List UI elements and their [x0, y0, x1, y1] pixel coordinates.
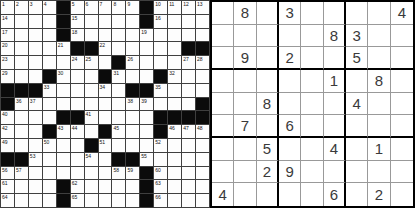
- crossword-cell[interactable]: [196, 139, 210, 153]
- crossword-black-cell: [15, 84, 29, 98]
- sudoku-empty-cell[interactable]: [391, 183, 413, 206]
- crossword-cell[interactable]: [182, 15, 196, 29]
- sudoku-empty-cell[interactable]: [279, 183, 301, 206]
- crossword-cell[interactable]: [29, 194, 43, 208]
- crossword-cell[interactable]: 30: [57, 70, 71, 84]
- crossword-cell[interactable]: [99, 15, 113, 29]
- crossword-cell[interactable]: [57, 167, 71, 181]
- crossword-clue-number: 27: [183, 56, 189, 62]
- crossword-cell[interactable]: [43, 153, 57, 167]
- sudoku-empty-cell[interactable]: [368, 2, 390, 25]
- crossword-cell[interactable]: 59: [126, 167, 140, 181]
- sudoku-empty-cell[interactable]: [212, 138, 234, 161]
- crossword-cell[interactable]: [112, 180, 126, 194]
- sudoku-digit: 6: [330, 187, 338, 202]
- sudoku-empty-cell[interactable]: [257, 47, 279, 70]
- crossword-cell[interactable]: [43, 42, 57, 56]
- crossword-cell[interactable]: [99, 111, 113, 125]
- crossword-cell[interactable]: [126, 29, 140, 43]
- sudoku-empty-cell[interactable]: [346, 183, 368, 206]
- crossword-cell[interactable]: 57: [15, 167, 29, 181]
- crossword-black-cell: [71, 42, 85, 56]
- crossword-cell[interactable]: 56: [1, 167, 15, 181]
- crossword-cell[interactable]: [154, 29, 168, 43]
- sudoku-empty-cell[interactable]: [212, 70, 234, 93]
- crossword-cell[interactable]: [196, 15, 210, 29]
- crossword-clue-number: 31: [113, 70, 119, 76]
- crossword-clue-number: 66: [155, 194, 161, 200]
- sudoku-digit: 6: [285, 118, 293, 133]
- crossword-cell[interactable]: [15, 180, 29, 194]
- crossword-grid[interactable]: 1234567891011121314151617181920212223242…: [0, 0, 210, 208]
- sudoku-digit: 4: [398, 5, 406, 20]
- crossword-cell[interactable]: [126, 42, 140, 56]
- crossword-cell[interactable]: 49: [1, 139, 15, 153]
- crossword-cell[interactable]: [85, 84, 99, 98]
- crossword-cell[interactable]: [112, 194, 126, 208]
- sudoku-empty-cell[interactable]: [234, 70, 256, 93]
- crossword-cell[interactable]: 19: [140, 29, 154, 43]
- crossword-cell[interactable]: [43, 167, 57, 181]
- crossword-cell[interactable]: [29, 180, 43, 194]
- crossword-cell[interactable]: 31: [112, 70, 126, 84]
- sudoku-empty-cell[interactable]: [346, 115, 368, 138]
- crossword-cell[interactable]: 40: [1, 111, 15, 125]
- crossword-cell[interactable]: [71, 167, 85, 181]
- crossword-clue-number: 49: [2, 139, 8, 145]
- crossword-cell[interactable]: [140, 125, 154, 139]
- crossword-black-cell: [1, 98, 15, 112]
- sudoku-given-cell: 6: [324, 183, 346, 206]
- crossword-cell[interactable]: [112, 29, 126, 43]
- crossword-cell[interactable]: 10: [154, 1, 168, 15]
- crossword-cell[interactable]: [71, 98, 85, 112]
- crossword-cell[interactable]: [168, 84, 182, 98]
- crossword-cell[interactable]: [85, 180, 99, 194]
- sudoku-empty-cell[interactable]: [234, 161, 256, 184]
- crossword-black-cell: [182, 111, 196, 125]
- crossword-cell[interactable]: [99, 167, 113, 181]
- crossword-cell[interactable]: 14: [1, 15, 15, 29]
- crossword-cell[interactable]: [140, 139, 154, 153]
- crossword-cell[interactable]: 6: [85, 1, 99, 15]
- crossword-cell[interactable]: [182, 194, 196, 208]
- crossword-cell[interactable]: 45: [112, 125, 126, 139]
- crossword-black-cell: [99, 125, 113, 139]
- crossword-cell[interactable]: [99, 29, 113, 43]
- sudoku-empty-cell[interactable]: [301, 115, 323, 138]
- crossword-cell[interactable]: [126, 111, 140, 125]
- sudoku-empty-cell[interactable]: [368, 93, 390, 116]
- crossword-cell[interactable]: 21: [57, 42, 71, 56]
- crossword-black-cell: [126, 84, 140, 98]
- sudoku-empty-cell[interactable]: [212, 93, 234, 116]
- crossword-cell[interactable]: [168, 15, 182, 29]
- crossword-black-cell: [168, 111, 182, 125]
- crossword-cell[interactable]: [57, 56, 71, 70]
- crossword-clue-number: 52: [155, 139, 161, 145]
- crossword-cell[interactable]: [99, 153, 113, 167]
- crossword-cell[interactable]: 39: [140, 98, 154, 112]
- crossword-cell[interactable]: 18: [71, 29, 85, 43]
- sudoku-empty-cell[interactable]: [346, 70, 368, 93]
- sudoku-digit: 9: [241, 50, 249, 65]
- crossword-cell[interactable]: [29, 42, 43, 56]
- sudoku-empty-cell[interactable]: [391, 93, 413, 116]
- crossword-cell[interactable]: 64: [1, 194, 15, 208]
- crossword-cell[interactable]: 55: [140, 153, 154, 167]
- sudoku-empty-cell[interactable]: [391, 138, 413, 161]
- sudoku-empty-cell[interactable]: [279, 138, 301, 161]
- crossword-cell[interactable]: [140, 70, 154, 84]
- crossword-cell[interactable]: [15, 70, 29, 84]
- crossword-cell[interactable]: [196, 167, 210, 181]
- crossword-cell[interactable]: 13: [196, 1, 210, 15]
- crossword-cell[interactable]: 48: [196, 125, 210, 139]
- crossword-cell[interactable]: [168, 29, 182, 43]
- sudoku-empty-cell[interactable]: [391, 161, 413, 184]
- crossword-cell[interactable]: 28: [196, 56, 210, 70]
- crossword-cell[interactable]: 43: [57, 125, 71, 139]
- sudoku-digit: 1: [330, 73, 338, 88]
- crossword-cell[interactable]: [57, 153, 71, 167]
- crossword-cell[interactable]: [15, 29, 29, 43]
- crossword-cell[interactable]: [168, 56, 182, 70]
- crossword-cell[interactable]: [168, 42, 182, 56]
- crossword-cell[interactable]: [168, 167, 182, 181]
- crossword-cell[interactable]: [29, 139, 43, 153]
- sudoku-empty-cell[interactable]: [301, 138, 323, 161]
- sudoku-empty-cell[interactable]: [301, 93, 323, 116]
- crossword-cell[interactable]: [112, 139, 126, 153]
- crossword-cell[interactable]: 9: [126, 1, 140, 15]
- crossword-cell[interactable]: [29, 15, 43, 29]
- sudoku-empty-cell[interactable]: [301, 47, 323, 70]
- crossword-cell[interactable]: [196, 84, 210, 98]
- crossword-cell[interactable]: [71, 70, 85, 84]
- crossword-cell[interactable]: 20: [1, 42, 15, 56]
- crossword-cell[interactable]: [85, 194, 99, 208]
- sudoku-digit: 5: [263, 141, 271, 156]
- crossword-clue-number: 7: [100, 1, 103, 7]
- crossword-cell[interactable]: [140, 42, 154, 56]
- sudoku-empty-cell[interactable]: [257, 183, 279, 206]
- crossword-black-cell: [57, 194, 71, 208]
- crossword-cell[interactable]: [85, 70, 99, 84]
- sudoku-empty-cell[interactable]: [391, 115, 413, 138]
- crossword-cell[interactable]: 53: [29, 153, 43, 167]
- crossword-cell[interactable]: 8: [112, 1, 126, 15]
- crossword-cell[interactable]: [182, 139, 196, 153]
- sudoku-empty-cell[interactable]: [279, 70, 301, 93]
- sudoku-empty-cell[interactable]: [212, 47, 234, 70]
- sudoku-empty-cell[interactable]: [257, 70, 279, 93]
- crossword-cell[interactable]: 42: [1, 125, 15, 139]
- crossword-cell[interactable]: [196, 194, 210, 208]
- crossword-cell[interactable]: [57, 98, 71, 112]
- crossword-cell[interactable]: 61: [1, 180, 15, 194]
- crossword-cell[interactable]: [154, 153, 168, 167]
- crossword-cell[interactable]: 23: [1, 56, 15, 70]
- crossword-cell[interactable]: [112, 98, 126, 112]
- crossword-cell[interactable]: [85, 125, 99, 139]
- crossword-cell[interactable]: 36: [15, 98, 29, 112]
- crossword-cell[interactable]: 62: [71, 180, 85, 194]
- sudoku-given-cell: 4: [212, 183, 234, 206]
- sudoku-empty-cell[interactable]: [257, 25, 279, 48]
- sudoku-empty-cell[interactable]: [368, 25, 390, 48]
- crossword-cell[interactable]: [182, 167, 196, 181]
- sudoku-empty-cell[interactable]: [324, 2, 346, 25]
- crossword-cell[interactable]: 66: [154, 194, 168, 208]
- sudoku-empty-cell[interactable]: [391, 70, 413, 93]
- sudoku-empty-cell[interactable]: [368, 47, 390, 70]
- crossword-cell[interactable]: [99, 180, 113, 194]
- crossword-black-cell: [154, 111, 168, 125]
- sudoku-empty-cell[interactable]: [301, 70, 323, 93]
- sudoku-empty-cell[interactable]: [212, 25, 234, 48]
- sudoku-empty-cell[interactable]: [324, 115, 346, 138]
- crossword-cell[interactable]: 50: [43, 139, 57, 153]
- crossword-cell[interactable]: [43, 194, 57, 208]
- crossword-cell[interactable]: 47: [182, 125, 196, 139]
- crossword-cell[interactable]: [43, 29, 57, 43]
- sudoku-empty-cell[interactable]: [368, 115, 390, 138]
- crossword-cell[interactable]: [196, 153, 210, 167]
- sudoku-empty-cell[interactable]: [346, 138, 368, 161]
- crossword-cell[interactable]: 32: [168, 70, 182, 84]
- crossword-cell[interactable]: [168, 194, 182, 208]
- sudoku-digit: 1: [375, 141, 383, 156]
- crossword-cell[interactable]: 3: [29, 1, 43, 15]
- crossword-cell[interactable]: [182, 153, 196, 167]
- crossword-black-cell: [140, 15, 154, 29]
- crossword-cell[interactable]: 41: [85, 111, 99, 125]
- crossword-black-cell: [1, 84, 15, 98]
- sudoku-empty-cell[interactable]: [301, 183, 323, 206]
- crossword-cell[interactable]: [99, 98, 113, 112]
- sudoku-given-cell: 4: [391, 2, 413, 25]
- crossword-cell[interactable]: 2: [15, 1, 29, 15]
- crossword-cell[interactable]: 34: [99, 84, 113, 98]
- crossword-cell[interactable]: 17: [1, 29, 15, 43]
- crossword-cell[interactable]: [29, 70, 43, 84]
- crossword-cell[interactable]: [99, 56, 113, 70]
- crossword-cell[interactable]: [126, 15, 140, 29]
- crossword-cell[interactable]: 37: [29, 98, 43, 112]
- crossword-clue-number: 3: [30, 1, 33, 7]
- crossword-cell[interactable]: [85, 15, 99, 29]
- crossword-cell[interactable]: [154, 98, 168, 112]
- sudoku-given-cell: 8: [257, 93, 279, 116]
- puzzle-sheet: 1234567891011121314151617181920212223242…: [0, 0, 415, 208]
- crossword-cell[interactable]: 54: [85, 153, 99, 167]
- crossword-cell[interactable]: [112, 42, 126, 56]
- crossword-cell[interactable]: [126, 70, 140, 84]
- crossword-cell[interactable]: 5: [71, 1, 85, 15]
- crossword-cell[interactable]: 33: [43, 84, 57, 98]
- sudoku-digit: 4: [330, 141, 338, 156]
- crossword-black-cell: [182, 42, 196, 56]
- crossword-cell[interactable]: 38: [126, 98, 140, 112]
- crossword-clue-number: 9: [127, 1, 130, 7]
- crossword-cell[interactable]: [182, 70, 196, 84]
- crossword-cell[interactable]: [140, 111, 154, 125]
- crossword-clue-number: 25: [86, 56, 92, 62]
- crossword-cell[interactable]: 24: [71, 56, 85, 70]
- crossword-clue-number: 65: [72, 194, 78, 200]
- sudoku-digit: 8: [330, 28, 338, 43]
- sudoku-grid[interactable]: 8348392518847654129462: [210, 0, 415, 208]
- crossword-cell[interactable]: 44: [71, 125, 85, 139]
- crossword-cell[interactable]: [85, 29, 99, 43]
- crossword-cell[interactable]: 60: [154, 167, 168, 181]
- crossword-cell[interactable]: [71, 84, 85, 98]
- crossword-cell[interactable]: [43, 15, 57, 29]
- crossword-cell[interactable]: 25: [85, 56, 99, 70]
- crossword-cell[interactable]: [182, 98, 196, 112]
- crossword-cell[interactable]: 65: [71, 194, 85, 208]
- crossword-cell[interactable]: [15, 111, 29, 125]
- sudoku-empty-cell[interactable]: [324, 47, 346, 70]
- crossword-clue-number: 58: [113, 167, 119, 173]
- crossword-cell[interactable]: [112, 15, 126, 29]
- crossword-clue-number: 23: [2, 56, 8, 62]
- crossword-cell[interactable]: [15, 194, 29, 208]
- crossword-cell[interactable]: [182, 84, 196, 98]
- crossword-cell[interactable]: 16: [154, 15, 168, 29]
- crossword-cell[interactable]: [168, 180, 182, 194]
- crossword-cell[interactable]: [85, 167, 99, 181]
- sudoku-empty-cell[interactable]: [346, 161, 368, 184]
- sudoku-empty-cell[interactable]: [234, 183, 256, 206]
- crossword-cell[interactable]: [57, 139, 71, 153]
- crossword-cell[interactable]: [140, 56, 154, 70]
- sudoku-empty-cell[interactable]: [368, 161, 390, 184]
- crossword-cell[interactable]: 46: [168, 125, 182, 139]
- crossword-cell[interactable]: [182, 180, 196, 194]
- crossword-cell[interactable]: 29: [1, 70, 15, 84]
- crossword-cell[interactable]: [71, 153, 85, 167]
- crossword-cell[interactable]: [71, 139, 85, 153]
- crossword-cell[interactable]: 4: [43, 1, 57, 15]
- sudoku-empty-cell[interactable]: [212, 2, 234, 25]
- sudoku-empty-cell[interactable]: [324, 161, 346, 184]
- crossword-clue-number: 14: [2, 15, 8, 21]
- crossword-cell[interactable]: [196, 29, 210, 43]
- crossword-cell[interactable]: 12: [182, 1, 196, 15]
- crossword-cell[interactable]: [196, 180, 210, 194]
- crossword-cell[interactable]: [29, 56, 43, 70]
- crossword-cell[interactable]: 63: [154, 180, 168, 194]
- crossword-clue-number: 33: [44, 84, 50, 90]
- sudoku-empty-cell[interactable]: [234, 25, 256, 48]
- crossword-cell[interactable]: [57, 84, 71, 98]
- sudoku-empty-cell[interactable]: [212, 161, 234, 184]
- crossword-cell[interactable]: [126, 180, 140, 194]
- crossword-cell[interactable]: [43, 98, 57, 112]
- crossword-cell[interactable]: [112, 111, 126, 125]
- crossword-cell[interactable]: [168, 153, 182, 167]
- crossword-cell[interactable]: [29, 125, 43, 139]
- crossword-black-cell: [140, 180, 154, 194]
- sudoku-empty-cell[interactable]: [257, 115, 279, 138]
- crossword-cell[interactable]: 15: [71, 15, 85, 29]
- crossword-cell[interactable]: [85, 98, 99, 112]
- crossword-cell[interactable]: [29, 29, 43, 43]
- crossword-cell[interactable]: [29, 111, 43, 125]
- sudoku-empty-cell[interactable]: [234, 93, 256, 116]
- crossword-cell[interactable]: [168, 139, 182, 153]
- sudoku-digit: 3: [352, 28, 360, 43]
- crossword-cell[interactable]: [126, 139, 140, 153]
- crossword-cell[interactable]: 52: [154, 139, 168, 153]
- sudoku-empty-cell[interactable]: [391, 47, 413, 70]
- crossword-cell[interactable]: [29, 167, 43, 181]
- sudoku-empty-cell[interactable]: [279, 93, 301, 116]
- crossword-cell[interactable]: [15, 15, 29, 29]
- crossword-cell[interactable]: [168, 98, 182, 112]
- crossword-clue-number: 38: [127, 98, 133, 104]
- crossword-cell[interactable]: [112, 84, 126, 98]
- crossword-cell[interactable]: [15, 56, 29, 70]
- sudoku-empty-cell[interactable]: [346, 2, 368, 25]
- sudoku-empty-cell[interactable]: [301, 25, 323, 48]
- crossword-cell[interactable]: [43, 56, 57, 70]
- crossword-cell[interactable]: [196, 70, 210, 84]
- crossword-cell[interactable]: [182, 29, 196, 43]
- crossword-cell[interactable]: 11: [168, 1, 182, 15]
- crossword-clue-number: 44: [72, 125, 78, 131]
- sudoku-given-cell: 9: [234, 47, 256, 70]
- crossword-black-cell: [196, 42, 210, 56]
- crossword-clue-number: 2: [16, 1, 19, 7]
- crossword-cell[interactable]: [15, 139, 29, 153]
- sudoku-empty-cell[interactable]: [257, 2, 279, 25]
- crossword-cell[interactable]: [126, 194, 140, 208]
- crossword-cell[interactable]: 7: [99, 1, 113, 15]
- crossword-cell[interactable]: [43, 180, 57, 194]
- sudoku-empty-cell[interactable]: [279, 25, 301, 48]
- sudoku-given-cell: 4: [346, 93, 368, 116]
- sudoku-digit: 7: [241, 118, 249, 133]
- crossword-cell[interactable]: 35: [154, 84, 168, 98]
- crossword-cell[interactable]: [15, 42, 29, 56]
- sudoku-empty-cell[interactable]: [391, 25, 413, 48]
- crossword-cell[interactable]: 51: [99, 139, 113, 153]
- crossword-cell[interactable]: 1: [1, 1, 15, 15]
- crossword-cell[interactable]: [154, 56, 168, 70]
- sudoku-empty-cell[interactable]: [301, 2, 323, 25]
- sudoku-given-cell: 2: [257, 161, 279, 184]
- crossword-cell[interactable]: 58: [112, 167, 126, 181]
- crossword-cell[interactable]: [126, 125, 140, 139]
- sudoku-empty-cell[interactable]: [234, 138, 256, 161]
- crossword-cell[interactable]: [99, 194, 113, 208]
- sudoku-digit: 8: [241, 5, 249, 20]
- crossword-cell[interactable]: [154, 42, 168, 56]
- sudoku-empty-cell[interactable]: [212, 115, 234, 138]
- crossword-cell[interactable]: 22: [99, 42, 113, 56]
- crossword-cell[interactable]: 27: [182, 56, 196, 70]
- sudoku-digit: 8: [263, 96, 271, 111]
- crossword-clue-number: 47: [183, 125, 189, 131]
- crossword-cell[interactable]: 26: [126, 56, 140, 70]
- crossword-cell[interactable]: [43, 111, 57, 125]
- sudoku-empty-cell[interactable]: [324, 93, 346, 116]
- crossword-cell[interactable]: [15, 125, 29, 139]
- sudoku-empty-cell[interactable]: [301, 161, 323, 184]
